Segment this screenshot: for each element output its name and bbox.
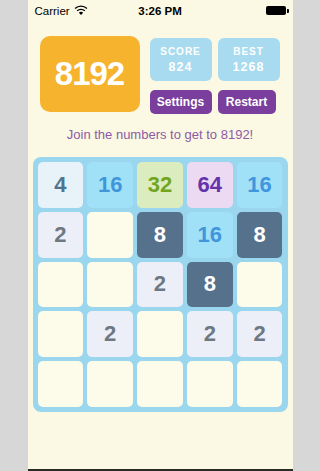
tile-4: 4 bbox=[38, 162, 84, 208]
status-bar: Carrier 3:26 PM bbox=[28, 0, 293, 21]
empty-cell bbox=[137, 361, 183, 407]
tile-16: 16 bbox=[87, 162, 133, 208]
empty-cell bbox=[137, 311, 183, 357]
tile-32: 32 bbox=[137, 162, 183, 208]
empty-cell bbox=[38, 311, 84, 357]
tile-16: 16 bbox=[237, 162, 283, 208]
empty-cell bbox=[87, 262, 133, 308]
score-label: SCORE bbox=[160, 46, 201, 57]
battery-icon bbox=[266, 6, 286, 15]
tile-2: 2 bbox=[187, 311, 233, 357]
best-label: BEST bbox=[233, 46, 264, 57]
score-box: SCORE 824 bbox=[150, 38, 212, 81]
empty-cell bbox=[38, 262, 84, 308]
empty-cell bbox=[87, 212, 133, 258]
tagline: Join the numbers to get to 8192! bbox=[28, 127, 293, 142]
clock: 3:26 PM bbox=[115, 5, 206, 17]
empty-cell bbox=[237, 361, 283, 407]
tile-2: 2 bbox=[137, 262, 183, 308]
tile-8: 8 bbox=[137, 212, 183, 258]
empty-cell bbox=[38, 361, 84, 407]
tile-16: 16 bbox=[187, 212, 233, 258]
app-screen: Carrier 3:26 PM 8192 SCORE 824 BEST 1268… bbox=[28, 0, 293, 471]
tile-64: 64 bbox=[187, 162, 233, 208]
restart-button[interactable]: Restart bbox=[218, 90, 276, 114]
tile-2: 2 bbox=[237, 311, 283, 357]
tile-2: 2 bbox=[87, 311, 133, 357]
game-board[interactable]: 4163264162816828222 bbox=[33, 157, 288, 412]
tile-8: 8 bbox=[187, 262, 233, 308]
game-logo-tile: 8192 bbox=[40, 36, 140, 112]
best-box: BEST 1268 bbox=[218, 38, 280, 81]
best-value: 1268 bbox=[233, 60, 265, 74]
tile-8: 8 bbox=[237, 212, 283, 258]
empty-cell bbox=[187, 361, 233, 407]
wifi-icon bbox=[74, 5, 88, 16]
empty-cell bbox=[237, 262, 283, 308]
empty-cell bbox=[87, 361, 133, 407]
tile-2: 2 bbox=[38, 212, 84, 258]
score-value: 824 bbox=[169, 60, 193, 74]
carrier-label: Carrier bbox=[35, 5, 70, 17]
settings-button[interactable]: Settings bbox=[150, 90, 212, 114]
